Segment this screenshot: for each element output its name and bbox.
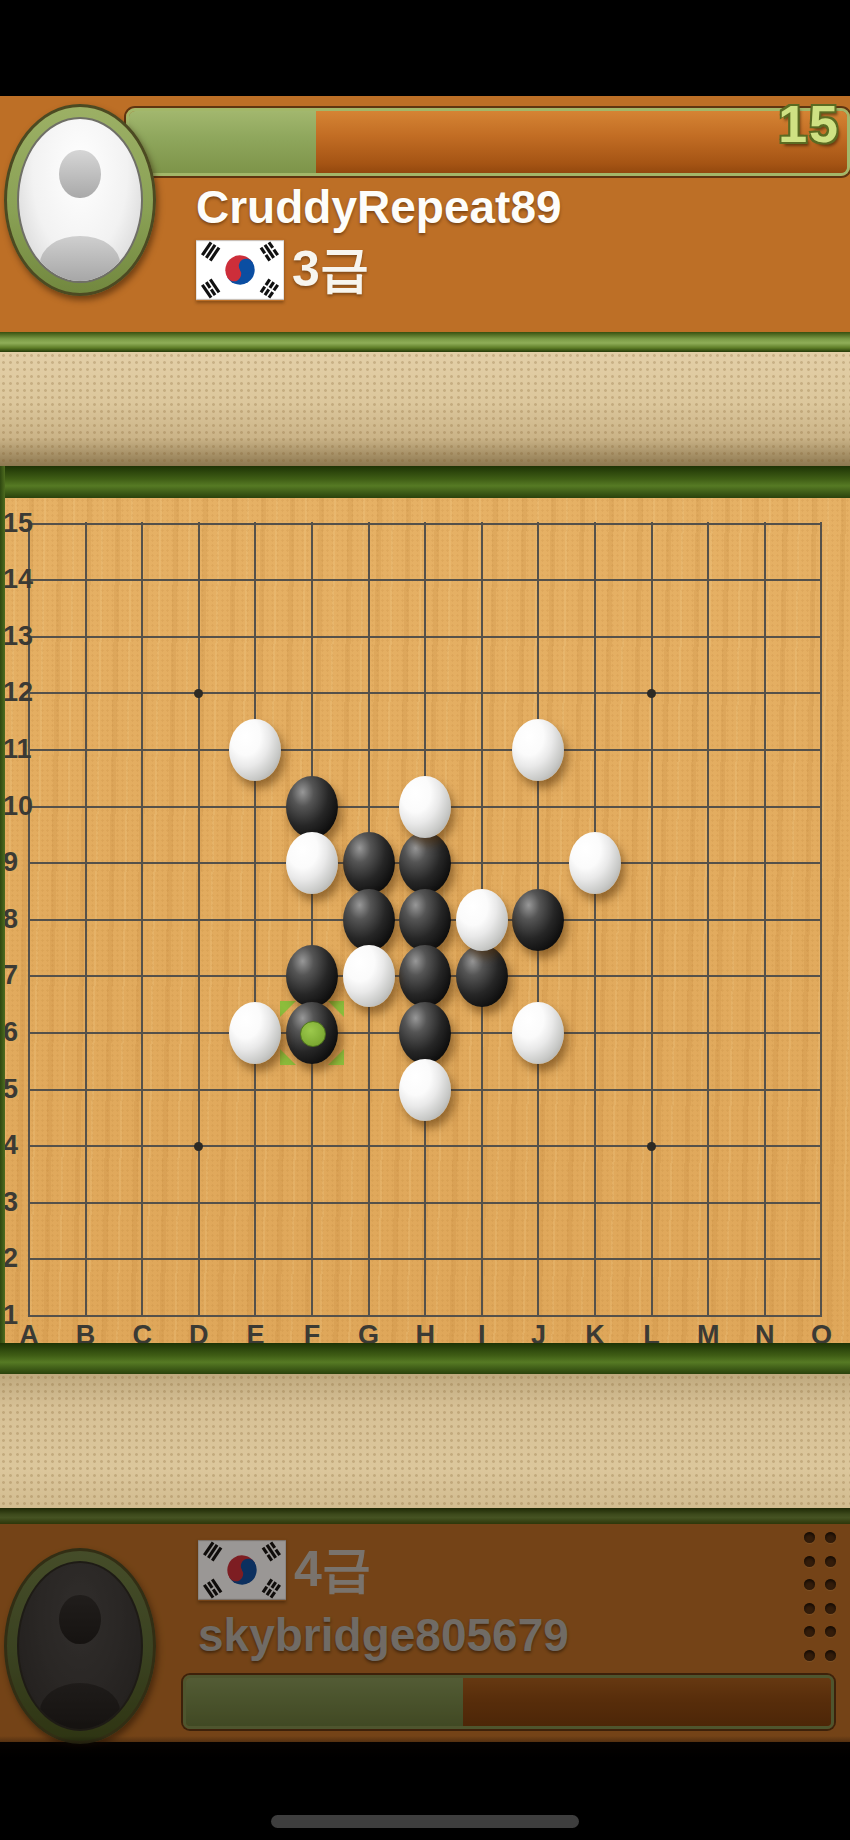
row-label: 3 (1, 1187, 30, 1218)
stone-black (512, 889, 564, 951)
grid-vertical-line (707, 522, 709, 1316)
stone-white (343, 945, 395, 1007)
row-label: 5 (1, 1074, 30, 1105)
stone-white (399, 776, 451, 838)
top-player-avatar[interactable] (4, 104, 156, 296)
stone-black (399, 832, 451, 894)
star-point (194, 689, 203, 698)
row-label: 10 (1, 791, 30, 822)
row-label: 2 (1, 1243, 30, 1274)
row-label: 11 (1, 734, 30, 765)
table-cloth-upper (0, 352, 850, 466)
top-player-rank-row: 3급 (196, 236, 370, 303)
stone-white (399, 1059, 451, 1121)
row-label: 1 (1, 1300, 30, 1331)
grid-horizontal-line (28, 1202, 822, 1204)
app-screen: 15 CruddyRepeat89 (0, 0, 850, 1840)
stone-black (343, 832, 395, 894)
stone-white (229, 719, 281, 781)
stone-black (399, 889, 451, 951)
stone-black (286, 776, 338, 838)
grid-vertical-line (764, 522, 766, 1316)
row-label: 6 (1, 1017, 30, 1048)
star-point (194, 1142, 203, 1151)
bottom-system-bar (0, 1758, 850, 1840)
board-frame-top (0, 466, 850, 498)
home-indicator[interactable] (271, 1815, 579, 1828)
last-move-dot (300, 1021, 326, 1047)
south-korea-flag-icon (196, 239, 284, 301)
table-cloth-lower (0, 1374, 850, 1508)
stone-white (229, 1002, 281, 1064)
avatar-silhouette (17, 117, 143, 283)
grid-vertical-line (820, 522, 822, 1316)
row-label: 14 (1, 564, 30, 595)
stone-black (456, 945, 508, 1007)
board-frame-bottom (0, 1343, 850, 1374)
star-point (647, 689, 656, 698)
grid-vertical-line (594, 522, 596, 1316)
stone-black (343, 889, 395, 951)
stone-black (399, 945, 451, 1007)
panel-bottom-fade (0, 1736, 850, 1758)
top-timer-remaining (129, 111, 316, 173)
inactive-player-dim-overlay (0, 1508, 850, 1758)
stone-white (569, 832, 621, 894)
row-label: 12 (1, 677, 30, 708)
stone-white (512, 1002, 564, 1064)
stone-white (456, 889, 508, 951)
row-label: 8 (1, 904, 30, 935)
grid-horizontal-line (28, 1145, 822, 1147)
top-player-rank: 3급 (292, 236, 370, 303)
board-frame-left (0, 466, 5, 1374)
stone-white (512, 719, 564, 781)
top-timer-bar (126, 108, 850, 176)
stone-black (399, 1002, 451, 1064)
stone-white (286, 832, 338, 894)
grid-horizontal-line (28, 1258, 822, 1260)
top-player-name: CruddyRepeat89 (196, 180, 562, 234)
stone-black (286, 945, 338, 1007)
row-label: 9 (1, 847, 30, 878)
bottom-player-panel: 4급 skybridge805679 (0, 1508, 850, 1758)
top-timer-elapsed (316, 111, 847, 173)
row-label: 15 (1, 508, 30, 539)
row-label: 4 (1, 1130, 30, 1161)
status-bar (0, 0, 850, 96)
star-point (647, 1142, 656, 1151)
grid-vertical-line (651, 522, 653, 1316)
row-label: 7 (1, 960, 30, 991)
top-player-panel: 15 CruddyRepeat89 (0, 96, 850, 332)
grid-horizontal-line (28, 1315, 822, 1317)
turn-timer-value: 15 (778, 93, 840, 155)
row-label: 13 (1, 621, 30, 652)
game-board[interactable]: ABCDEFGHIJKLMNO151413121110987654321 (0, 498, 850, 1343)
panel-divider-strip (0, 332, 850, 352)
